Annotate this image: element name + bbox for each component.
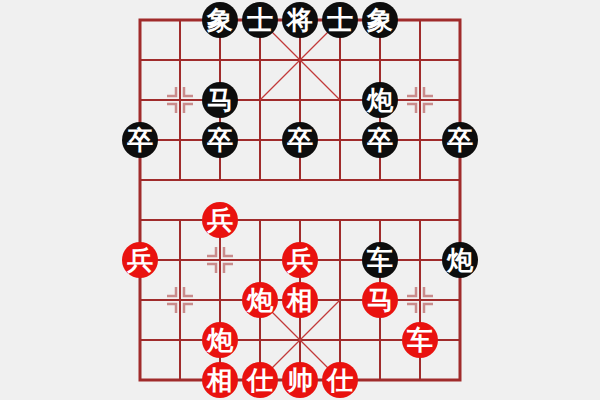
piece-black-advisor[interactable]: 士	[322, 2, 358, 38]
piece-red-soldier[interactable]: 兵	[122, 242, 158, 278]
piece-red-advisor[interactable]: 仕	[242, 362, 278, 398]
piece-black-cannon[interactable]: 炮	[362, 82, 398, 118]
piece-red-advisor[interactable]: 仕	[322, 362, 358, 398]
piece-black-soldier[interactable]: 卒	[122, 122, 158, 158]
piece-red-elephant[interactable]: 相	[202, 362, 238, 398]
piece-black-elephant[interactable]: 象	[202, 2, 238, 38]
piece-black-advisor[interactable]: 士	[242, 2, 278, 38]
piece-black-cannon[interactable]: 炮	[442, 242, 478, 278]
piece-red-horse[interactable]: 马	[362, 282, 398, 318]
piece-black-horse[interactable]: 马	[202, 82, 238, 118]
piece-black-general[interactable]: 将	[282, 2, 318, 38]
piece-red-general[interactable]: 帅	[282, 362, 318, 398]
piece-red-chariot[interactable]: 车	[402, 322, 438, 358]
xiangqi-board[interactable]: 象士将士象马炮卒卒卒卒卒兵兵兵车炮炮相马炮车相仕帅仕	[120, 0, 480, 400]
piece-red-cannon[interactable]: 炮	[202, 322, 238, 358]
piece-red-cannon[interactable]: 炮	[242, 282, 278, 318]
piece-black-chariot[interactable]: 车	[362, 242, 398, 278]
piece-red-soldier[interactable]: 兵	[282, 242, 318, 278]
piece-black-soldier[interactable]: 卒	[442, 122, 478, 158]
piece-red-elephant[interactable]: 相	[282, 282, 318, 318]
piece-black-soldier[interactable]: 卒	[362, 122, 398, 158]
piece-black-soldier[interactable]: 卒	[282, 122, 318, 158]
piece-black-elephant[interactable]: 象	[362, 2, 398, 38]
xiangqi-app: 象士将士象马炮卒卒卒卒卒兵兵兵车炮炮相马炮车相仕帅仕	[0, 0, 600, 400]
piece-red-soldier[interactable]: 兵	[202, 202, 238, 238]
piece-black-soldier[interactable]: 卒	[202, 122, 238, 158]
